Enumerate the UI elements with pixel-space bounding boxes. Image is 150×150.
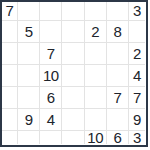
- cell-r1c3[interactable]: [40, 2, 62, 21]
- cell-r2c5[interactable]: 2: [85, 21, 107, 43]
- cell-r2c6[interactable]: 8: [107, 21, 129, 43]
- cell-r1c5[interactable]: [85, 2, 107, 21]
- given-digit: 6: [113, 130, 121, 145]
- given-digit: 6: [47, 90, 55, 105]
- cell-r6c4[interactable]: [62, 109, 84, 131]
- cell-r2c4[interactable]: [62, 21, 84, 43]
- cell-r7c3[interactable]: [40, 131, 62, 145]
- cell-r5c7[interactable]: 7: [129, 87, 145, 109]
- cell-r6c2[interactable]: 9: [18, 109, 40, 131]
- cell-r5c5[interactable]: [85, 87, 107, 109]
- cell-r4c2[interactable]: [18, 65, 40, 87]
- cell-r2c1[interactable]: [2, 21, 18, 43]
- given-digit: 7: [6, 3, 14, 18]
- cell-r5c6[interactable]: 7: [107, 87, 129, 109]
- cell-r2c2[interactable]: 5: [18, 21, 40, 43]
- cell-r7c1[interactable]: [2, 131, 18, 145]
- given-digit: 7: [113, 90, 121, 105]
- given-digit: 9: [133, 112, 141, 127]
- cell-r1c4[interactable]: [62, 2, 84, 21]
- cell-r5c1[interactable]: [2, 87, 18, 109]
- cell-r3c6[interactable]: [107, 43, 129, 65]
- cell-r6c5[interactable]: [85, 109, 107, 131]
- cell-r7c2[interactable]: [18, 131, 40, 145]
- cell-r3c1[interactable]: [2, 43, 18, 65]
- given-digit: 3: [133, 3, 141, 18]
- cell-r7c5[interactable]: 10: [85, 131, 107, 145]
- given-digit: 7: [47, 46, 55, 61]
- cell-r7c6[interactable]: 6: [107, 131, 129, 145]
- given-digit: 4: [47, 112, 55, 127]
- given-digit: 10: [43, 68, 59, 83]
- cell-r4c6[interactable]: [107, 65, 129, 87]
- given-digit: 2: [133, 46, 141, 61]
- cell-r4c5[interactable]: [85, 65, 107, 87]
- given-digit: 4: [133, 68, 141, 83]
- cell-r3c2[interactable]: [18, 43, 40, 65]
- cell-r5c3[interactable]: 6: [40, 87, 62, 109]
- cell-r6c6[interactable]: [107, 109, 129, 131]
- cell-r4c7[interactable]: 4: [129, 65, 145, 87]
- cell-r2c3[interactable]: [40, 21, 62, 43]
- cell-r4c1[interactable]: [2, 65, 18, 87]
- cell-r7c4[interactable]: [62, 131, 84, 145]
- cell-r1c7[interactable]: 3: [129, 2, 145, 21]
- cell-r5c2[interactable]: [18, 87, 40, 109]
- given-digit: 10: [87, 130, 103, 145]
- cell-r3c5[interactable]: [85, 43, 107, 65]
- cell-r3c3[interactable]: 7: [40, 43, 62, 65]
- given-digit: 7: [133, 90, 141, 105]
- cell-r1c1[interactable]: 7: [2, 2, 18, 21]
- given-digit: 5: [25, 24, 33, 39]
- given-digit: 3: [133, 130, 141, 145]
- given-digit: 8: [113, 24, 121, 39]
- cell-r4c3[interactable]: 10: [40, 65, 62, 87]
- given-digit: 2: [91, 24, 99, 39]
- cell-r6c7[interactable]: 9: [129, 109, 145, 131]
- cell-r1c2[interactable]: [18, 2, 40, 21]
- cell-r5c4[interactable]: [62, 87, 84, 109]
- cell-r3c7[interactable]: 2: [129, 43, 145, 65]
- cell-r6c1[interactable]: [2, 109, 18, 131]
- cell-r7c7[interactable]: 3: [129, 131, 145, 145]
- cell-r4c4[interactable]: [62, 65, 84, 87]
- cell-r3c4[interactable]: [62, 43, 84, 65]
- cell-r2c7[interactable]: [129, 21, 145, 43]
- cell-r1c6[interactable]: [107, 2, 129, 21]
- given-digit: 9: [25, 112, 33, 127]
- cell-r6c3[interactable]: 4: [40, 109, 62, 131]
- puzzle-board: 73528721046779491063: [0, 0, 148, 147]
